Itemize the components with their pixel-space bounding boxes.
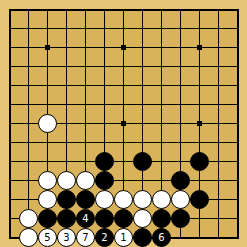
stone-white: [152, 190, 171, 209]
stone-white: [114, 190, 133, 209]
move-number-label: 1: [120, 233, 126, 243]
stone-black: [133, 152, 152, 171]
stone-white: 5: [38, 228, 57, 247]
stone-white: 3: [57, 228, 76, 247]
move-number-label: 5: [44, 233, 50, 243]
stone-black: [171, 209, 190, 228]
stone-black: [95, 152, 114, 171]
star-point: [121, 121, 126, 126]
star-point: [121, 45, 126, 50]
stone-black: [95, 171, 114, 190]
stone-black: [152, 209, 171, 228]
stone-white: [19, 209, 38, 228]
grid-line: [9, 66, 239, 67]
move-number-label: 7: [82, 233, 88, 243]
stone-white: [38, 114, 57, 133]
star-point: [45, 45, 50, 50]
move-number-label: 3: [63, 233, 69, 243]
grid-line: [9, 104, 239, 105]
stone-black: [171, 171, 190, 190]
stone-black: [57, 209, 76, 228]
grid-line: [9, 142, 239, 143]
stone-white: 1: [114, 228, 133, 247]
stone-white: [133, 190, 152, 209]
grid-line: [28, 9, 29, 239]
move-number-label: 6: [158, 233, 164, 243]
stone-black: 2: [95, 228, 114, 247]
grid-line: [9, 85, 239, 86]
stone-white: [171, 190, 190, 209]
stone-white: [38, 190, 57, 209]
stone-white: [95, 190, 114, 209]
stone-white: [133, 209, 152, 228]
stone-white: [38, 171, 57, 190]
stone-black: 4: [76, 209, 95, 228]
grid-line: [218, 9, 219, 239]
stone-black: 6: [152, 228, 171, 247]
go-diagram: 4537216: [0, 0, 247, 247]
stone-white: [76, 171, 95, 190]
stone-white: [57, 171, 76, 190]
stone-black: [133, 228, 152, 247]
stone-white: 7: [76, 228, 95, 247]
stone-black: [38, 209, 57, 228]
move-number-label: 2: [101, 233, 107, 243]
stone-black: [76, 190, 95, 209]
move-number-label: 4: [82, 214, 88, 224]
stone-white: [19, 228, 38, 247]
stone-black: [190, 152, 209, 171]
stone-black: [190, 190, 209, 209]
star-point: [197, 45, 202, 50]
stone-black: [57, 190, 76, 209]
stone-black: [114, 209, 133, 228]
stone-black: [95, 209, 114, 228]
star-point: [197, 121, 202, 126]
grid-line: [9, 28, 239, 29]
